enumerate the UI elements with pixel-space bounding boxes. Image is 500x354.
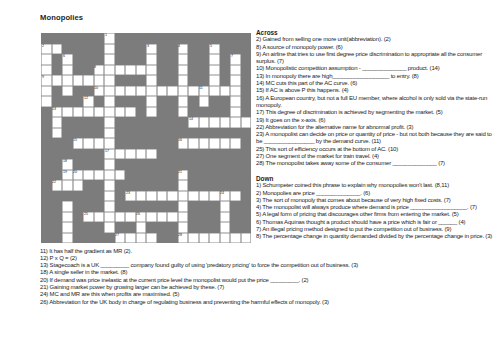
grid-cell[interactable] (220, 233, 231, 244)
grid-block (73, 191, 84, 202)
grid-cell[interactable] (104, 138, 115, 149)
grid-block (94, 191, 105, 202)
grid-cell[interactable] (167, 86, 178, 97)
grid-cell[interactable]: 26 (136, 212, 147, 223)
grid-cell[interactable] (52, 75, 63, 86)
grid-block (136, 159, 147, 170)
grid-block (104, 233, 115, 244)
grid-block (52, 138, 63, 149)
grid-block (125, 201, 136, 212)
grid-block (115, 222, 126, 233)
grid-cell[interactable] (62, 212, 73, 223)
grid-block (52, 159, 63, 170)
grid-cell[interactable] (230, 117, 241, 128)
down-clue-list: 1) Schumpeter coined this phrase to expl… (256, 182, 498, 240)
grid-cell[interactable] (230, 75, 241, 86)
grid-cell[interactable] (62, 222, 73, 233)
grid-cell[interactable] (104, 180, 115, 191)
down-clue-24: 24) MC and MR are this when profits are … (40, 291, 496, 298)
grid-cell[interactable]: 13 (52, 107, 63, 118)
grid-block (83, 86, 94, 97)
grid-cell[interactable] (62, 65, 73, 76)
grid-block (62, 138, 73, 149)
grid-cell[interactable]: 12 (83, 96, 94, 107)
grid-cell[interactable] (220, 138, 231, 149)
grid-cell[interactable] (94, 170, 105, 181)
grid-cell[interactable] (220, 86, 231, 97)
grid-block (167, 201, 178, 212)
grid-cell[interactable] (167, 191, 178, 202)
grid-cell[interactable] (230, 107, 241, 118)
grid-cell[interactable] (83, 107, 94, 118)
grid-block (209, 149, 220, 160)
grid-cell[interactable] (62, 107, 73, 118)
grid-cell[interactable] (104, 86, 115, 97)
grid-cell[interactable] (220, 212, 231, 223)
grid-block (94, 128, 105, 139)
grid-block (94, 222, 105, 233)
grid-block (41, 107, 52, 118)
grid-cell[interactable] (199, 96, 210, 107)
grid-cell[interactable] (209, 54, 220, 65)
grid-cell[interactable] (146, 75, 157, 86)
grid-cell[interactable] (199, 191, 210, 202)
grid-cell[interactable] (209, 233, 220, 244)
cell-number: 10 (94, 86, 98, 90)
grid-cell[interactable] (104, 107, 115, 118)
grid-block (115, 117, 126, 128)
grid-cell[interactable] (167, 212, 178, 223)
grid-block (136, 170, 147, 181)
cell-number: 27 (115, 233, 119, 237)
grid-cell[interactable] (146, 191, 157, 202)
grid-cell[interactable]: 21 (178, 170, 189, 181)
grid-cell[interactable] (136, 222, 147, 233)
grid-cell[interactable] (157, 191, 168, 202)
grid-block (83, 222, 94, 233)
grid-block (83, 201, 94, 212)
cell-number: 7 (231, 54, 233, 58)
grid-cell[interactable] (62, 86, 73, 97)
grid-cell[interactable] (178, 191, 189, 202)
grid-block (94, 201, 105, 212)
grid-cell[interactable] (73, 75, 84, 86)
grid-block (136, 54, 147, 65)
grid-block (220, 44, 231, 55)
cell-number: 20 (73, 170, 77, 174)
grid-cell[interactable]: 2 (41, 44, 52, 55)
cell-number: 12 (84, 96, 88, 100)
grid-cell[interactable]: 1 (104, 33, 115, 44)
grid-block (230, 222, 241, 233)
grid-block (115, 159, 126, 170)
cell-number: 22 (52, 180, 56, 184)
grid-block (188, 149, 199, 160)
grid-cell[interactable] (104, 212, 115, 223)
grid-cell[interactable] (104, 117, 115, 128)
grid-cell[interactable]: 10 (94, 86, 105, 97)
cell-number: 2 (42, 44, 44, 48)
grid-cell[interactable] (136, 65, 147, 76)
grid-block (136, 33, 147, 44)
grid-cell[interactable] (188, 138, 199, 149)
grid-cell[interactable]: 17 (104, 149, 115, 160)
grid-block (73, 96, 84, 107)
grid-block (167, 65, 178, 76)
grid-cell[interactable] (104, 75, 115, 86)
grid-block (220, 107, 231, 118)
grid-cell[interactable] (73, 107, 84, 118)
grid-block (220, 180, 231, 191)
grid-block (188, 212, 199, 223)
grid-cell[interactable] (94, 107, 105, 118)
across-clue-23: 23) A monopolist can decide on price or … (256, 131, 498, 146)
grid-cell[interactable] (115, 212, 126, 223)
grid-block (167, 180, 178, 191)
grid-cell[interactable] (209, 75, 220, 86)
grid-cell[interactable] (62, 75, 73, 86)
grid-cell[interactable] (188, 233, 199, 244)
grid-cell[interactable] (199, 138, 210, 149)
grid-cell[interactable] (209, 117, 220, 128)
grid-cell[interactable]: 7 (230, 54, 241, 65)
cell-number: 3 (147, 44, 149, 48)
across-clue-10: 10) Monopolistic competition assumption … (256, 65, 498, 72)
grid-block (41, 149, 52, 160)
grid-cell[interactable] (220, 201, 231, 212)
grid-block (136, 201, 147, 212)
grid-cell[interactable] (104, 201, 115, 212)
grid-block (125, 44, 136, 55)
grid-block (209, 180, 220, 191)
grid-cell[interactable]: 6 (62, 54, 73, 65)
grid-cell[interactable] (104, 170, 115, 181)
grid-block (115, 44, 126, 55)
grid-cell[interactable]: 4 (178, 44, 189, 55)
grid-cell[interactable] (125, 233, 136, 244)
grid-cell[interactable] (125, 107, 136, 118)
grid-block (136, 138, 147, 149)
grid-cell[interactable] (178, 54, 189, 65)
grid-block (157, 201, 168, 212)
grid-cell[interactable] (125, 86, 136, 97)
grid-cell[interactable] (178, 75, 189, 86)
grid-block (241, 191, 252, 202)
grid-block (241, 65, 252, 76)
grid-block (167, 138, 178, 149)
grid-cell[interactable] (199, 233, 210, 244)
grid-block (62, 33, 73, 44)
grid-cell[interactable]: 27 (115, 233, 126, 244)
grid-block (41, 128, 52, 139)
grid-block (167, 233, 178, 244)
grid-cell[interactable] (178, 222, 189, 233)
cell-number: 13 (52, 107, 56, 111)
down-clue-20: 20) If demand was price inelastic at the… (40, 277, 496, 284)
grid-cell[interactable] (241, 233, 252, 244)
grid-block (199, 170, 210, 181)
grid-block (199, 149, 210, 160)
grid-cell[interactable]: 22 (52, 180, 63, 191)
grid-cell[interactable]: 15 (73, 138, 84, 149)
grid-block (230, 128, 241, 139)
grid-cell[interactable] (188, 86, 199, 97)
grid-cell[interactable] (115, 86, 126, 97)
grid-cell[interactable]: 14 (188, 117, 199, 128)
grid-block (220, 128, 231, 139)
grid-cell[interactable] (230, 138, 241, 149)
grid-cell[interactable] (178, 86, 189, 97)
grid-cell[interactable] (230, 233, 241, 244)
grid-cell[interactable] (104, 128, 115, 139)
grid-cell[interactable] (52, 44, 63, 55)
grid-block (157, 96, 168, 107)
grid-block (220, 75, 231, 86)
grid-cell[interactable] (220, 222, 231, 233)
grid-block (146, 170, 157, 181)
grid-block (115, 128, 126, 139)
grid-cell[interactable]: 18 (62, 159, 73, 170)
across-clue-28: 28) The monopolist takes away some of th… (256, 160, 498, 167)
grid-cell[interactable] (209, 86, 220, 97)
grid-cell[interactable] (115, 170, 126, 181)
grid-cell[interactable] (41, 96, 52, 107)
grid-cell[interactable] (115, 107, 126, 118)
grid-block (52, 149, 63, 160)
grid-cell[interactable] (104, 44, 115, 55)
grid-block (41, 138, 52, 149)
grid-block (83, 54, 94, 65)
grid-block (230, 201, 241, 212)
grid-block (115, 96, 126, 107)
grid-block (157, 117, 168, 128)
grid-block (188, 107, 199, 118)
grid-block (52, 86, 63, 97)
grid-block (167, 54, 178, 65)
grid-cell[interactable]: 24 (220, 191, 231, 202)
grid-cell[interactable] (146, 65, 157, 76)
grid-cell[interactable] (157, 86, 168, 97)
across-clue-27: 27) One segment of the market for train … (256, 153, 498, 160)
grid-cell[interactable] (104, 65, 115, 76)
grid-cell[interactable] (178, 107, 189, 118)
grid-block (199, 159, 210, 170)
grid-block (230, 33, 241, 44)
grid-block (136, 107, 147, 118)
grid-cell[interactable] (188, 191, 199, 202)
grid-cell[interactable] (230, 65, 241, 76)
grid-block (125, 222, 136, 233)
grid-cell[interactable] (230, 96, 241, 107)
grid-cell[interactable] (146, 107, 157, 118)
grid-cell[interactable] (104, 222, 115, 233)
grid-block (188, 54, 199, 65)
grid-block (157, 222, 168, 233)
grid-block (167, 149, 178, 160)
grid-cell[interactable] (73, 180, 84, 191)
grid-cell[interactable] (62, 180, 73, 191)
grid-cell[interactable] (230, 191, 241, 202)
grid-block (167, 117, 178, 128)
grid-block (125, 117, 136, 128)
grid-cell[interactable] (125, 65, 136, 76)
grid-block (62, 191, 73, 202)
grid-cell[interactable] (94, 212, 105, 223)
grid-block (73, 201, 84, 212)
grid-block (83, 117, 94, 128)
grid-block (241, 212, 252, 223)
grid-block (230, 212, 241, 223)
grid-cell[interactable] (83, 75, 94, 86)
grid-cell[interactable] (52, 128, 63, 139)
grid-cell[interactable] (115, 65, 126, 76)
grid-cell[interactable] (94, 75, 105, 86)
grid-block (178, 117, 189, 128)
grid-cell[interactable] (157, 212, 168, 223)
grid-block (157, 107, 168, 118)
cell-number: 6 (63, 54, 65, 58)
grid-block (125, 138, 136, 149)
grid-block (230, 44, 241, 55)
grid-cell[interactable] (146, 96, 157, 107)
grid-block (125, 128, 136, 139)
grid-cell[interactable]: 9 (41, 75, 52, 86)
grid-block (178, 128, 189, 139)
grid-block (188, 33, 199, 44)
grid-block (73, 222, 84, 233)
grid-cell[interactable] (146, 149, 157, 160)
grid-block (220, 149, 231, 160)
grid-block (83, 149, 94, 160)
grid-cell[interactable] (178, 201, 189, 212)
grid-cell[interactable]: 20 (73, 170, 84, 181)
grid-cell[interactable] (146, 54, 157, 65)
grid-cell[interactable] (41, 65, 52, 76)
grid-block (41, 117, 52, 128)
grid-cell[interactable] (199, 117, 210, 128)
grid-cell[interactable]: 25 (83, 212, 94, 223)
grid-block (125, 170, 136, 181)
grid-block (188, 44, 199, 55)
grid-cell[interactable] (136, 191, 147, 202)
grid-cell[interactable] (115, 149, 126, 160)
grid-block (83, 33, 94, 44)
grid-cell[interactable]: 3 (146, 44, 157, 55)
grid-block (209, 96, 220, 107)
grid-cell[interactable] (146, 212, 157, 223)
grid-cell[interactable]: 5 (209, 44, 220, 55)
grid-cell[interactable] (41, 86, 52, 97)
grid-cell[interactable] (230, 86, 241, 97)
grid-cell[interactable] (104, 191, 115, 202)
grid-cell[interactable] (62, 233, 73, 244)
grid-cell[interactable] (178, 180, 189, 191)
down-heading: Down (256, 175, 498, 182)
grid-cell[interactable] (136, 149, 147, 160)
across-clue-8: 8) A source of monopoly power. (6) (256, 44, 498, 51)
cell-number: 18 (63, 159, 67, 163)
grid-block (41, 170, 52, 181)
grid-cell[interactable] (209, 191, 220, 202)
grid-block (188, 96, 199, 107)
grid-cell[interactable] (178, 212, 189, 223)
grid-block (83, 44, 94, 55)
cell-number: 5 (210, 44, 212, 48)
grid-cell[interactable] (220, 117, 231, 128)
crossword-grid: 1234567891011121314151617181920212223242… (41, 33, 251, 243)
grid-block (41, 180, 52, 191)
grid-cell[interactable] (209, 65, 220, 76)
grid-block (230, 180, 241, 191)
grid-cell[interactable] (41, 54, 52, 65)
grid-cell[interactable]: 11 (199, 86, 210, 97)
grid-block (125, 54, 136, 65)
grid-cell[interactable] (136, 233, 147, 244)
grid-cell[interactable] (62, 201, 73, 212)
grid-block (241, 222, 252, 233)
grid-cell[interactable] (146, 233, 157, 244)
grid-block (241, 149, 252, 160)
grid-block (241, 54, 252, 65)
grid-block (125, 180, 136, 191)
grid-cell[interactable]: 19 (62, 170, 73, 181)
grid-cell[interactable] (178, 96, 189, 107)
grid-cell[interactable] (104, 159, 115, 170)
grid-block (52, 96, 63, 107)
grid-cell[interactable] (146, 86, 157, 97)
grid-cell[interactable] (83, 138, 94, 149)
grid-cell[interactable] (83, 170, 94, 181)
grid-block (125, 33, 136, 44)
cell-number: 17 (105, 149, 109, 153)
down-clue-4: 4) The monopolist will always produce wh… (256, 204, 498, 211)
grid-block (209, 33, 220, 44)
cell-number: 23 (126, 191, 130, 195)
grid-cell[interactable] (125, 149, 136, 160)
grid-block (73, 159, 84, 170)
grid-cell[interactable] (178, 65, 189, 76)
cell-number: 8 (94, 65, 96, 69)
grid-block (209, 107, 220, 118)
grid-cell[interactable] (104, 54, 115, 65)
grid-cell[interactable] (209, 138, 220, 149)
grid-block (41, 191, 52, 202)
grid-cell[interactable]: 16 (178, 138, 189, 149)
grid-cell[interactable] (125, 212, 136, 223)
cell-number: 11 (199, 86, 203, 90)
grid-block (241, 138, 252, 149)
grid-block (167, 107, 178, 118)
grid-cell[interactable] (52, 117, 63, 128)
grid-block (73, 54, 84, 65)
grid-block (94, 159, 105, 170)
grid-block (199, 107, 210, 118)
grid-block (157, 44, 168, 55)
grid-cell[interactable] (136, 86, 147, 97)
grid-cell[interactable]: 28 (178, 233, 189, 244)
cell-number: 25 (84, 212, 88, 216)
grid-block (94, 44, 105, 55)
grid-cell[interactable]: 23 (125, 191, 136, 202)
grid-cell[interactable] (104, 96, 115, 107)
grid-cell[interactable] (94, 138, 105, 149)
grid-block (83, 180, 94, 191)
grid-block (73, 86, 84, 97)
grid-cell[interactable]: 8 (94, 65, 105, 76)
grid-cell[interactable] (241, 117, 252, 128)
down-clue-2: 2) Monopolies are price ______________. … (256, 190, 498, 197)
puzzle-title: Monopolies (40, 13, 83, 22)
